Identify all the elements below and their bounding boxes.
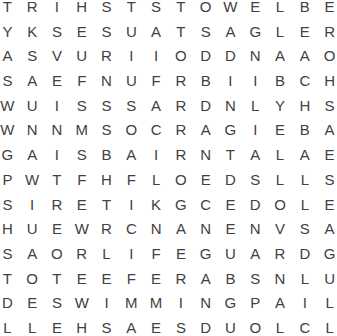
grid-cell-r2c12[interactable]: L xyxy=(268,19,293,44)
grid-cell-r11c1[interactable]: S xyxy=(0,241,20,266)
grid-cell-r5c10[interactable]: N xyxy=(218,93,243,118)
grid-cell-r1c2[interactable]: R xyxy=(20,0,45,19)
grid-cell-r9c7[interactable]: K xyxy=(144,192,169,217)
grid-cell-r14c12[interactable]: L xyxy=(268,315,293,336)
grid-cell-r9c9[interactable]: C xyxy=(193,192,218,217)
grid-cell-r2c11[interactable]: G xyxy=(243,19,268,44)
grid-cell-r12c13[interactable]: L xyxy=(292,266,317,291)
grid-cell-r11c8[interactable]: E xyxy=(169,241,194,266)
grid-cell-r5c5[interactable]: S xyxy=(94,93,119,118)
grid-cell-r4c2[interactable]: A xyxy=(20,68,45,93)
grid-cell-r6c11[interactable]: I xyxy=(243,118,268,143)
grid-cell-r2c5[interactable]: S xyxy=(94,19,119,44)
grid-cell-r12c4[interactable]: E xyxy=(69,266,94,291)
grid-cell-r4c10[interactable]: I xyxy=(218,68,243,93)
grid-cell-r11c14[interactable]: G xyxy=(317,241,337,266)
grid-cell-r2c9[interactable]: S xyxy=(193,19,218,44)
grid-cell-r10c2[interactable]: U xyxy=(20,216,45,241)
grid-cell-r12c8[interactable]: R xyxy=(169,266,194,291)
grid-cell-r14c4[interactable]: H xyxy=(69,315,94,336)
grid-cell-r5c8[interactable]: R xyxy=(169,93,194,118)
grid-cell-r8c5[interactable]: H xyxy=(94,167,119,192)
grid-cell-r9c1[interactable]: S xyxy=(0,192,20,217)
grid-cell-r10c14[interactable]: A xyxy=(317,216,337,241)
grid-cell-r14c3[interactable]: E xyxy=(45,315,70,336)
grid-cell-r8c6[interactable]: F xyxy=(119,167,144,192)
grid-cell-r12c14[interactable]: U xyxy=(317,266,337,291)
grid-cell-r12c6[interactable]: F xyxy=(119,266,144,291)
grid-cell-r3c6[interactable]: I xyxy=(119,43,144,68)
grid-cell-r9c4[interactable]: E xyxy=(69,192,94,217)
grid-cell-r8c1[interactable]: P xyxy=(0,167,20,192)
grid-cell-r9c14[interactable]: E xyxy=(317,192,337,217)
grid-cell-r10c3[interactable]: E xyxy=(45,216,70,241)
grid-cell-r2c6[interactable]: U xyxy=(119,19,144,44)
grid-cell-r6c10[interactable]: G xyxy=(218,118,243,143)
grid-cell-r1c6[interactable]: T xyxy=(119,0,144,19)
grid-cell-r6c13[interactable]: B xyxy=(292,118,317,143)
grid-cell-r5c9[interactable]: D xyxy=(193,93,218,118)
grid-cell-r6c8[interactable]: R xyxy=(169,118,194,143)
grid-cell-r13c11[interactable]: P xyxy=(243,291,268,316)
grid-cell-r7c7[interactable]: I xyxy=(144,142,169,167)
word-search-board: TRIHSTSTOWELBEYKSESUATSAGLERASVURIIODDNA… xyxy=(0,0,337,336)
grid-cell-r8c10[interactable]: D xyxy=(218,167,243,192)
grid-cell-r1c1[interactable]: T xyxy=(0,0,20,19)
grid-cell-r2c10[interactable]: A xyxy=(218,19,243,44)
grid-cell-r11c13[interactable]: D xyxy=(292,241,317,266)
grid-cell-r13c12[interactable]: A xyxy=(268,291,293,316)
grid-cell-r12c10[interactable]: B xyxy=(218,266,243,291)
grid-cell-r8c8[interactable]: O xyxy=(169,167,194,192)
grid-cell-r9c2[interactable]: I xyxy=(20,192,45,217)
grid-cell-r2c7[interactable]: A xyxy=(144,19,169,44)
grid-cell-r5c6[interactable]: S xyxy=(119,93,144,118)
grid-cell-r13c8[interactable]: I xyxy=(169,291,194,316)
grid-cell-r3c12[interactable]: A xyxy=(268,43,293,68)
grid-cell-r7c2[interactable]: A xyxy=(20,142,45,167)
grid-cell-r8c11[interactable]: S xyxy=(243,167,268,192)
grid-cell-r14c5[interactable]: S xyxy=(94,315,119,336)
grid-cell-r4c1[interactable]: S xyxy=(0,68,20,93)
grid-cell-r11c6[interactable]: I xyxy=(119,241,144,266)
grid-cell-r10c11[interactable]: N xyxy=(243,216,268,241)
grid-cell-r6c14[interactable]: A xyxy=(317,118,337,143)
grid-cell-r13c9[interactable]: N xyxy=(193,291,218,316)
grid-cell-r10c4[interactable]: W xyxy=(69,216,94,241)
grid-cell-r11c10[interactable]: U xyxy=(218,241,243,266)
grid-cell-r9c5[interactable]: T xyxy=(94,192,119,217)
grid-cell-r8c3[interactable]: T xyxy=(45,167,70,192)
grid-cell-r7c8[interactable]: R xyxy=(169,142,194,167)
grid-cell-r12c3[interactable]: T xyxy=(45,266,70,291)
grid-cell-r13c14[interactable]: L xyxy=(317,291,337,316)
grid-cell-r7c12[interactable]: L xyxy=(268,142,293,167)
grid-cell-r14c7[interactable]: E xyxy=(144,315,169,336)
grid-cell-r5c2[interactable]: U xyxy=(20,93,45,118)
grid-cell-r4c11[interactable]: I xyxy=(243,68,268,93)
grid-cell-r7c10[interactable]: T xyxy=(218,142,243,167)
grid-cell-r9c3[interactable]: R xyxy=(45,192,70,217)
grid-cell-r7c6[interactable]: A xyxy=(119,142,144,167)
grid-cell-r1c14[interactable]: E xyxy=(317,0,337,19)
grid-cell-r14c8[interactable]: S xyxy=(169,315,194,336)
grid-cell-r14c14[interactable]: L xyxy=(317,315,337,336)
grid-cell-r10c9[interactable]: N xyxy=(193,216,218,241)
grid-cell-r3c13[interactable]: A xyxy=(292,43,317,68)
grid-cell-r6c2[interactable]: N xyxy=(20,118,45,143)
grid-cell-r14c11[interactable]: O xyxy=(243,315,268,336)
grid-cell-r13c7[interactable]: M xyxy=(144,291,169,316)
grid-cell-r12c12[interactable]: N xyxy=(268,266,293,291)
grid-cell-r7c11[interactable]: A xyxy=(243,142,268,167)
grid-cell-r13c5[interactable]: I xyxy=(94,291,119,316)
grid-cell-r3c9[interactable]: D xyxy=(193,43,218,68)
grid-cell-r1c13[interactable]: B xyxy=(292,0,317,19)
grid-cell-r1c10[interactable]: W xyxy=(218,0,243,19)
grid-cell-r2c14[interactable]: R xyxy=(317,19,337,44)
grid-cell-r14c13[interactable]: C xyxy=(292,315,317,336)
grid-cell-r5c4[interactable]: S xyxy=(69,93,94,118)
grid-cell-r12c9[interactable]: A xyxy=(193,266,218,291)
grid-cell-r14c10[interactable]: U xyxy=(218,315,243,336)
grid-cell-r1c7[interactable]: S xyxy=(144,0,169,19)
grid-cell-r4c12[interactable]: B xyxy=(268,68,293,93)
grid-cell-r4c8[interactable]: R xyxy=(169,68,194,93)
letter-grid: TRIHSTSTOWELBEYKSESUATSAGLERASVURIIODDNA… xyxy=(0,0,337,336)
grid-cell-r8c2[interactable]: W xyxy=(20,167,45,192)
grid-cell-r11c9[interactable]: G xyxy=(193,241,218,266)
grid-cell-r7c5[interactable]: B xyxy=(94,142,119,167)
grid-cell-r9c8[interactable]: G xyxy=(169,192,194,217)
grid-cell-r6c3[interactable]: N xyxy=(45,118,70,143)
grid-cell-r8c9[interactable]: E xyxy=(193,167,218,192)
grid-cell-r14c9[interactable]: D xyxy=(193,315,218,336)
grid-cell-r9c6[interactable]: I xyxy=(119,192,144,217)
grid-cell-r8c14[interactable]: S xyxy=(317,167,337,192)
grid-cell-r2c4[interactable]: E xyxy=(69,19,94,44)
grid-cell-r2c1[interactable]: Y xyxy=(0,19,20,44)
grid-cell-r7c13[interactable]: A xyxy=(292,142,317,167)
grid-cell-r7c4[interactable]: S xyxy=(69,142,94,167)
grid-cell-r10c12[interactable]: V xyxy=(268,216,293,241)
grid-cell-r12c11[interactable]: S xyxy=(243,266,268,291)
grid-cell-r2c8[interactable]: T xyxy=(169,19,194,44)
grid-cell-r1c3[interactable]: I xyxy=(45,0,70,19)
grid-cell-r11c4[interactable]: R xyxy=(69,241,94,266)
grid-cell-r12c7[interactable]: E xyxy=(144,266,169,291)
grid-cell-r4c9[interactable]: B xyxy=(193,68,218,93)
grid-cell-r5c7[interactable]: A xyxy=(144,93,169,118)
grid-cell-r6c9[interactable]: A xyxy=(193,118,218,143)
grid-cell-r13c4[interactable]: W xyxy=(69,291,94,316)
grid-cell-r3c3[interactable]: V xyxy=(45,43,70,68)
grid-cell-r7c1[interactable]: G xyxy=(0,142,20,167)
grid-cell-r11c12[interactable]: R xyxy=(268,241,293,266)
grid-cell-r5c14[interactable]: S xyxy=(317,93,337,118)
grid-cell-r5c12[interactable]: Y xyxy=(268,93,293,118)
grid-cell-r10c13[interactable]: S xyxy=(292,216,317,241)
grid-cell-r1c5[interactable]: S xyxy=(94,0,119,19)
grid-cell-r13c1[interactable]: D xyxy=(0,291,20,316)
grid-cell-r7c3[interactable]: I xyxy=(45,142,70,167)
grid-cell-r2c3[interactable]: S xyxy=(45,19,70,44)
grid-cell-r10c8[interactable]: A xyxy=(169,216,194,241)
grid-cell-r3c10[interactable]: D xyxy=(218,43,243,68)
grid-cell-r11c3[interactable]: O xyxy=(45,241,70,266)
grid-cell-r5c1[interactable]: W xyxy=(0,93,20,118)
grid-cell-r4c4[interactable]: F xyxy=(69,68,94,93)
grid-cell-r8c13[interactable]: L xyxy=(292,167,317,192)
grid-cell-r5c3[interactable]: I xyxy=(45,93,70,118)
grid-cell-r6c4[interactable]: M xyxy=(69,118,94,143)
grid-cell-r12c5[interactable]: E xyxy=(94,266,119,291)
grid-cell-r4c3[interactable]: E xyxy=(45,68,70,93)
grid-cell-r6c7[interactable]: C xyxy=(144,118,169,143)
grid-cell-r3c14[interactable]: O xyxy=(317,43,337,68)
grid-cell-r12c1[interactable]: T xyxy=(0,266,20,291)
grid-cell-r4c7[interactable]: F xyxy=(144,68,169,93)
grid-cell-r11c2[interactable]: A xyxy=(20,241,45,266)
grid-cell-r13c3[interactable]: S xyxy=(45,291,70,316)
grid-cell-r6c12[interactable]: E xyxy=(268,118,293,143)
grid-cell-r8c4[interactable]: F xyxy=(69,167,94,192)
grid-cell-r13c2[interactable]: E xyxy=(20,291,45,316)
grid-cell-r5c11[interactable]: L xyxy=(243,93,268,118)
grid-cell-r9c12[interactable]: O xyxy=(268,192,293,217)
grid-cell-r12c2[interactable]: O xyxy=(20,266,45,291)
grid-cell-r14c6[interactable]: A xyxy=(119,315,144,336)
grid-cell-r3c2[interactable]: S xyxy=(20,43,45,68)
grid-cell-r1c4[interactable]: H xyxy=(69,0,94,19)
grid-cell-r7c14[interactable]: E xyxy=(317,142,337,167)
grid-cell-r1c12[interactable]: L xyxy=(268,0,293,19)
grid-cell-r9c13[interactable]: L xyxy=(292,192,317,217)
grid-cell-r8c12[interactable]: L xyxy=(268,167,293,192)
grid-cell-r4c13[interactable]: C xyxy=(292,68,317,93)
grid-cell-r3c1[interactable]: A xyxy=(0,43,20,68)
grid-cell-r13c6[interactable]: M xyxy=(119,291,144,316)
grid-cell-r4c5[interactable]: N xyxy=(94,68,119,93)
grid-cell-r11c7[interactable]: F xyxy=(144,241,169,266)
grid-cell-r6c6[interactable]: O xyxy=(119,118,144,143)
grid-cell-r13c13[interactable]: I xyxy=(292,291,317,316)
grid-cell-r3c7[interactable]: I xyxy=(144,43,169,68)
grid-cell-r3c5[interactable]: R xyxy=(94,43,119,68)
grid-cell-r14c1[interactable]: L xyxy=(0,315,20,336)
grid-cell-r6c5[interactable]: S xyxy=(94,118,119,143)
grid-cell-r3c4[interactable]: U xyxy=(69,43,94,68)
grid-cell-r4c6[interactable]: U xyxy=(119,68,144,93)
grid-cell-r9c11[interactable]: D xyxy=(243,192,268,217)
grid-cell-r2c2[interactable]: K xyxy=(20,19,45,44)
grid-cell-r11c11[interactable]: A xyxy=(243,241,268,266)
grid-cell-r13c10[interactable]: G xyxy=(218,291,243,316)
grid-cell-r7c9[interactable]: N xyxy=(193,142,218,167)
grid-cell-r10c10[interactable]: E xyxy=(218,216,243,241)
grid-cell-r10c7[interactable]: N xyxy=(144,216,169,241)
grid-cell-r10c6[interactable]: C xyxy=(119,216,144,241)
grid-cell-r3c8[interactable]: O xyxy=(169,43,194,68)
grid-cell-r3c11[interactable]: N xyxy=(243,43,268,68)
grid-cell-r11c5[interactable]: L xyxy=(94,241,119,266)
grid-cell-r5c13[interactable]: H xyxy=(292,93,317,118)
grid-cell-r1c9[interactable]: O xyxy=(193,0,218,19)
grid-cell-r10c5[interactable]: R xyxy=(94,216,119,241)
grid-cell-r4c14[interactable]: H xyxy=(317,68,337,93)
grid-cell-r8c7[interactable]: L xyxy=(144,167,169,192)
grid-cell-r1c8[interactable]: T xyxy=(169,0,194,19)
grid-cell-r2c13[interactable]: E xyxy=(292,19,317,44)
grid-cell-r14c2[interactable]: L xyxy=(20,315,45,336)
grid-cell-r1c11[interactable]: E xyxy=(243,0,268,19)
grid-cell-r6c1[interactable]: W xyxy=(0,118,20,143)
grid-cell-r10c1[interactable]: H xyxy=(0,216,20,241)
grid-cell-r9c10[interactable]: E xyxy=(218,192,243,217)
